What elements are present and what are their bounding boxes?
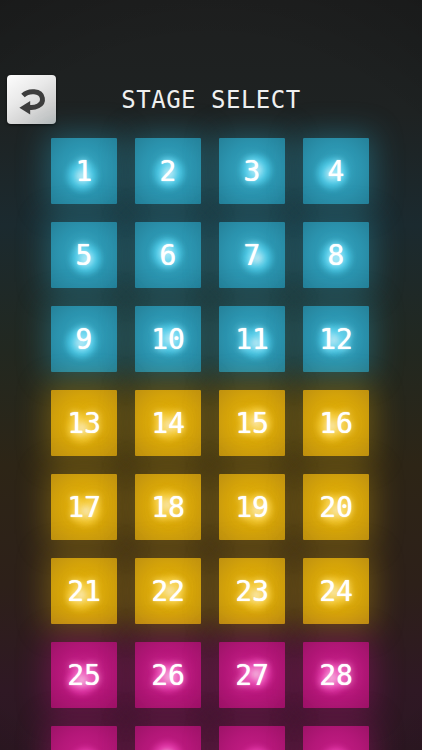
glow-bloom: [239, 744, 275, 750]
stage-tile-23[interactable]: 23: [219, 558, 285, 624]
stage-number: 22: [151, 575, 185, 608]
stage-tile-14[interactable]: 14: [135, 390, 201, 456]
stage-tile-15[interactable]: 15: [219, 390, 285, 456]
stage-number: 14: [151, 407, 185, 440]
stage-number: 10: [151, 323, 185, 356]
stage-number: 15: [235, 407, 269, 440]
stage-tile-22[interactable]: 22: [135, 558, 201, 624]
stage-tile-21[interactable]: 21: [51, 558, 117, 624]
stage-tile-24[interactable]: 24: [303, 558, 369, 624]
stage-number: 13: [67, 407, 101, 440]
stage-tile-11[interactable]: 11: [219, 306, 285, 372]
stage-tile-7[interactable]: 7: [219, 222, 285, 288]
stage-tile-12[interactable]: 12: [303, 306, 369, 372]
glow-bloom: [318, 744, 354, 750]
stage-number: 19: [235, 491, 269, 524]
stage-number: 27: [235, 659, 269, 692]
stage-number: 12: [319, 323, 353, 356]
stage-tile-10[interactable]: 10: [135, 306, 201, 372]
stage-number: 6: [160, 239, 177, 272]
stage-tile-partial[interactable]: [303, 726, 369, 750]
stage-number: 24: [319, 575, 353, 608]
stage-tile-3[interactable]: 3: [219, 138, 285, 204]
stage-tile-2[interactable]: 2: [135, 138, 201, 204]
stage-number: 8: [328, 239, 345, 272]
stage-tile-27[interactable]: 27: [219, 642, 285, 708]
stage-tile-17[interactable]: 17: [51, 474, 117, 540]
stage-number: 11: [235, 323, 269, 356]
stage-tile-4[interactable]: 4: [303, 138, 369, 204]
page-title: STAGE SELECT: [0, 87, 422, 113]
stage-tile-16[interactable]: 16: [303, 390, 369, 456]
stage-number: 9: [76, 323, 93, 356]
stage-tile-partial[interactable]: [135, 726, 201, 750]
stage-tile-1[interactable]: 1: [51, 138, 117, 204]
stage-number: 28: [319, 659, 353, 692]
stage-number: 26: [151, 659, 185, 692]
stage-tile-18[interactable]: 18: [135, 474, 201, 540]
stage-number: 16: [319, 407, 353, 440]
stage-number: 21: [67, 575, 101, 608]
stage-tile-20[interactable]: 20: [303, 474, 369, 540]
stage-tile-19[interactable]: 19: [219, 474, 285, 540]
stage-tile-6[interactable]: 6: [135, 222, 201, 288]
stage-number: 20: [319, 491, 353, 524]
stage-tile-26[interactable]: 26: [135, 642, 201, 708]
stage-number: 18: [151, 491, 185, 524]
stage-tile-28[interactable]: 28: [303, 642, 369, 708]
stage-tile-8[interactable]: 8: [303, 222, 369, 288]
stage-tile-partial[interactable]: [219, 726, 285, 750]
stage-number: 5: [76, 239, 93, 272]
stage-number: 1: [76, 155, 93, 188]
stage-tile-partial[interactable]: [51, 726, 117, 750]
stage-grid: 1234567891011121314151617181920212223242…: [51, 138, 369, 750]
stage-number: 7: [244, 239, 261, 272]
stage-tile-9[interactable]: 9: [51, 306, 117, 372]
stage-number: 2: [160, 155, 177, 188]
stage-tile-13[interactable]: 13: [51, 390, 117, 456]
stage-number: 4: [328, 155, 345, 188]
glow-bloom: [68, 745, 104, 750]
stage-tile-5[interactable]: 5: [51, 222, 117, 288]
stage-number: 17: [67, 491, 101, 524]
glow-bloom: [149, 739, 185, 750]
stage-number: 23: [235, 575, 269, 608]
stage-tile-25[interactable]: 25: [51, 642, 117, 708]
stage-number: 25: [67, 659, 101, 692]
stage-number: 3: [244, 155, 261, 188]
